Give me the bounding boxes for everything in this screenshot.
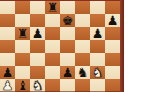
- square-h3[interactable]: [105, 66, 120, 79]
- square-c7[interactable]: [30, 14, 45, 27]
- board-right-border: [120, 0, 124, 92]
- square-h4[interactable]: [105, 53, 120, 66]
- square-g4[interactable]: [90, 53, 105, 66]
- square-c6[interactable]: ♟: [30, 27, 45, 40]
- piece-white-pawn: ♟: [2, 79, 14, 92]
- square-d4[interactable]: [45, 53, 60, 66]
- piece-black-bishop: ♝: [17, 79, 29, 92]
- piece-black-pawn: ♟: [2, 66, 14, 79]
- square-h8[interactable]: [105, 1, 120, 14]
- square-f5[interactable]: [75, 40, 90, 53]
- piece-black-king: ♚: [62, 14, 74, 27]
- piece-white-knight: ♞: [92, 66, 104, 79]
- square-b3[interactable]: [15, 66, 30, 79]
- square-e3[interactable]: ♟: [60, 66, 75, 79]
- square-g6[interactable]: ♟: [90, 27, 105, 40]
- square-d3[interactable]: [45, 66, 60, 79]
- square-b8[interactable]: [15, 1, 30, 14]
- square-d8[interactable]: ♜: [45, 1, 60, 14]
- square-d2[interactable]: [45, 79, 60, 92]
- square-a5[interactable]: [0, 40, 15, 53]
- square-g3[interactable]: ♞: [90, 66, 105, 79]
- square-b6[interactable]: ♜: [15, 27, 30, 40]
- square-e8[interactable]: [60, 1, 75, 14]
- square-g2[interactable]: [90, 79, 105, 92]
- piece-white-knight: ♞: [32, 79, 44, 92]
- square-h2[interactable]: [105, 79, 120, 92]
- square-f6[interactable]: [75, 27, 90, 40]
- piece-black-pawn: ♟: [32, 27, 44, 40]
- square-a8[interactable]: [0, 1, 15, 14]
- square-f4[interactable]: [75, 53, 90, 66]
- square-g8[interactable]: [90, 1, 105, 14]
- square-f2[interactable]: [75, 79, 90, 92]
- square-c8[interactable]: [30, 1, 45, 14]
- square-f8[interactable]: [75, 1, 90, 14]
- board-grid: ♜♚♟♜♟♟♟♟♞♞♟♝♞: [0, 1, 120, 92]
- piece-black-knight: ♞: [77, 66, 89, 79]
- square-a3[interactable]: ♟: [0, 66, 15, 79]
- piece-black-pawn: ♟: [92, 27, 104, 40]
- square-b4[interactable]: [15, 53, 30, 66]
- piece-black-pawn: ♟: [107, 14, 119, 27]
- square-f7[interactable]: [75, 14, 90, 27]
- square-c4[interactable]: [30, 53, 45, 66]
- square-h5[interactable]: [105, 40, 120, 53]
- piece-black-rook: ♜: [47, 1, 59, 14]
- square-a2[interactable]: ♟: [0, 79, 15, 92]
- square-e7[interactable]: ♚: [60, 14, 75, 27]
- square-b5[interactable]: [15, 40, 30, 53]
- square-h6[interactable]: [105, 27, 120, 40]
- square-d6[interactable]: [45, 27, 60, 40]
- square-a4[interactable]: [0, 53, 15, 66]
- square-c2[interactable]: ♞: [30, 79, 45, 92]
- square-b2[interactable]: ♝: [15, 79, 30, 92]
- page: ♜♚♟♜♟♟♟♟♞♞♟♝♞: [0, 0, 164, 92]
- square-h7[interactable]: ♟: [105, 14, 120, 27]
- square-d7[interactable]: [45, 14, 60, 27]
- square-c5[interactable]: [30, 40, 45, 53]
- square-c3[interactable]: [30, 66, 45, 79]
- piece-black-rook: ♜: [17, 27, 29, 40]
- square-e4[interactable]: [60, 53, 75, 66]
- square-e5[interactable]: [60, 40, 75, 53]
- chess-board: ♜♚♟♜♟♟♟♟♞♞♟♝♞: [0, 0, 124, 92]
- square-b7[interactable]: [15, 14, 30, 27]
- piece-black-pawn: ♟: [62, 66, 74, 79]
- square-a6[interactable]: [0, 27, 15, 40]
- square-a7[interactable]: [0, 14, 15, 27]
- square-f3[interactable]: ♞: [75, 66, 90, 79]
- square-g7[interactable]: [90, 14, 105, 27]
- square-e2[interactable]: [60, 79, 75, 92]
- square-e6[interactable]: [60, 27, 75, 40]
- square-g5[interactable]: [90, 40, 105, 53]
- square-d5[interactable]: [45, 40, 60, 53]
